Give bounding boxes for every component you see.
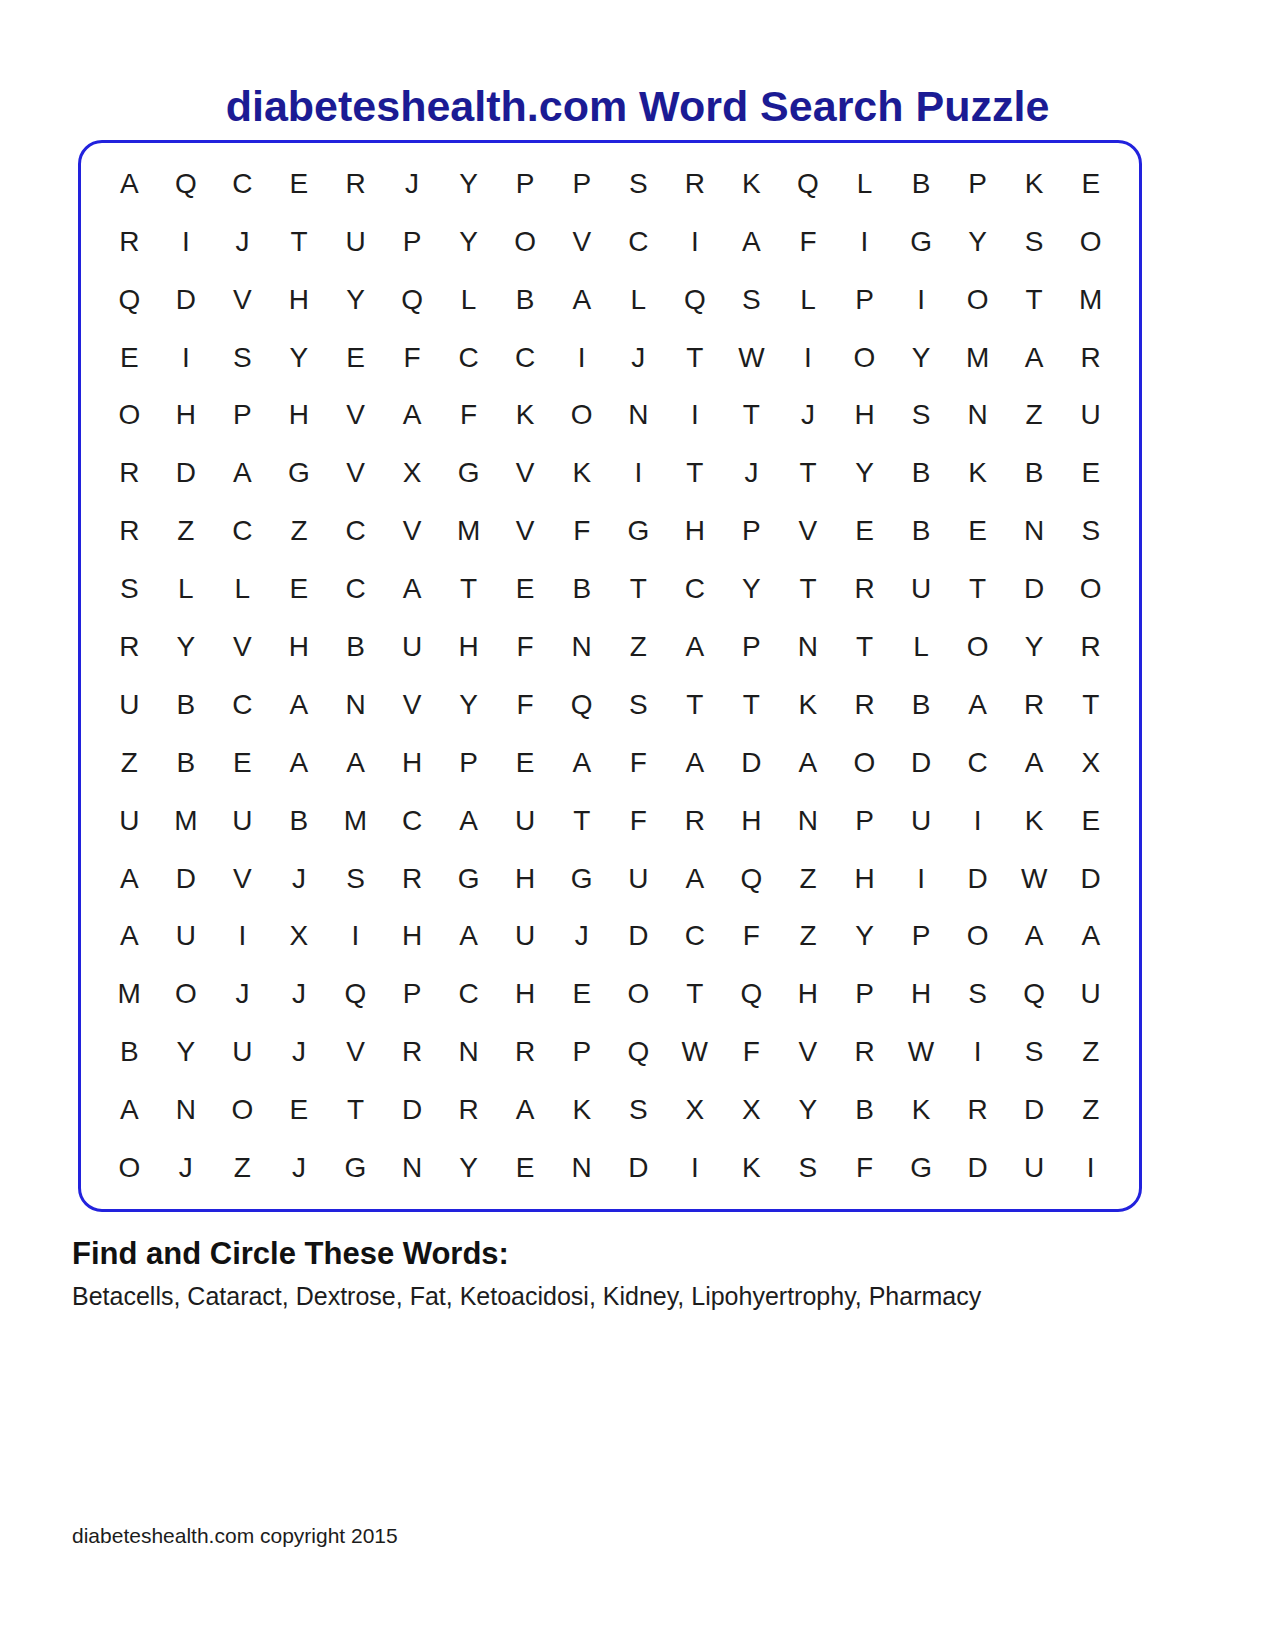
- grid-cell: H: [271, 387, 328, 445]
- grid-cell: V: [497, 502, 554, 560]
- grid-cell: R: [836, 676, 893, 734]
- grid-cell: V: [497, 444, 554, 502]
- grid-cell: S: [780, 1139, 837, 1197]
- grid-cell: G: [893, 213, 950, 271]
- grid-cell: O: [101, 387, 158, 445]
- grid-cell: T: [723, 387, 780, 445]
- word-search-board: AQCERJYPPSRKQLBPKERIJTUPYOVCIAFIGYSOQDVH…: [78, 140, 1142, 1212]
- grid-cell: I: [1062, 1139, 1119, 1197]
- grid-cell: L: [214, 560, 271, 618]
- grid-cell: E: [271, 560, 328, 618]
- grid-cell: A: [101, 1081, 158, 1139]
- grid-cell: G: [440, 850, 497, 908]
- grid-cell: I: [327, 908, 384, 966]
- grid-cell: S: [101, 560, 158, 618]
- grid-cell: T: [780, 444, 837, 502]
- grid-cell: B: [101, 1023, 158, 1081]
- grid-cell: R: [1062, 618, 1119, 676]
- grid-cell: N: [1006, 502, 1063, 560]
- grid-cell: Q: [1006, 965, 1063, 1023]
- grid-cell: V: [327, 1023, 384, 1081]
- grid-cell: P: [384, 965, 441, 1023]
- grid-cell: D: [893, 734, 950, 792]
- grid-cell: T: [327, 1081, 384, 1139]
- grid-cell: J: [271, 1139, 328, 1197]
- grid-cell: X: [723, 1081, 780, 1139]
- grid-cell: R: [384, 850, 441, 908]
- grid-cell: Q: [610, 1023, 667, 1081]
- grid-cell: H: [780, 965, 837, 1023]
- grid-cell: A: [440, 908, 497, 966]
- grid-cell: M: [1062, 271, 1119, 329]
- grid-cell: A: [214, 444, 271, 502]
- grid-cell: R: [667, 792, 724, 850]
- grid-cell: V: [214, 271, 271, 329]
- grid-cell: S: [327, 850, 384, 908]
- grid-cell: C: [949, 734, 1006, 792]
- grid-cell: Q: [723, 965, 780, 1023]
- grid-cell: I: [158, 213, 215, 271]
- grid-cell: U: [893, 560, 950, 618]
- grid-cell: B: [836, 1081, 893, 1139]
- grid-cell: P: [384, 213, 441, 271]
- grid-cell: J: [271, 850, 328, 908]
- page-title: diabeteshealth.com Word Search Puzzle: [0, 0, 1275, 131]
- grid-cell: I: [949, 1023, 1006, 1081]
- grid-cell: F: [553, 502, 610, 560]
- grid-cell: S: [610, 676, 667, 734]
- grid-cell: C: [667, 908, 724, 966]
- grid-cell: Q: [384, 271, 441, 329]
- grid-cell: O: [1062, 213, 1119, 271]
- grid-cell: Y: [780, 1081, 837, 1139]
- grid-cell: K: [780, 676, 837, 734]
- grid-cell: J: [271, 965, 328, 1023]
- grid-cell: N: [780, 792, 837, 850]
- grid-cell: Y: [836, 444, 893, 502]
- grid-cell: K: [1006, 792, 1063, 850]
- grid-cell: Q: [327, 965, 384, 1023]
- grid-cell: F: [723, 908, 780, 966]
- grid-cell: P: [553, 155, 610, 213]
- grid-cell: D: [384, 1081, 441, 1139]
- grid-cell: O: [949, 908, 1006, 966]
- grid-cell: R: [101, 618, 158, 676]
- grid-cell: H: [497, 965, 554, 1023]
- grid-cell: O: [158, 965, 215, 1023]
- grid-cell: R: [497, 1023, 554, 1081]
- grid-cell: V: [780, 1023, 837, 1081]
- grid-cell: B: [327, 618, 384, 676]
- grid-cell: F: [440, 387, 497, 445]
- grid-cell: T: [667, 444, 724, 502]
- grid-cell: Y: [440, 676, 497, 734]
- grid-cell: M: [101, 965, 158, 1023]
- grid-cell: T: [553, 792, 610, 850]
- grid-cell: K: [723, 155, 780, 213]
- grid-cell: X: [384, 444, 441, 502]
- grid-cell: Y: [440, 1139, 497, 1197]
- grid-cell: N: [553, 618, 610, 676]
- grid-cell: R: [440, 1081, 497, 1139]
- grid-cell: G: [271, 444, 328, 502]
- grid-cell: Z: [780, 908, 837, 966]
- grid-cell: D: [610, 1139, 667, 1197]
- grid-cell: I: [610, 444, 667, 502]
- grid-cell: U: [158, 908, 215, 966]
- grid-cell: G: [610, 502, 667, 560]
- grid-cell: T: [667, 965, 724, 1023]
- grid-cell: A: [553, 734, 610, 792]
- grid-cell: P: [836, 792, 893, 850]
- grid-cell: V: [327, 444, 384, 502]
- grid-cell: E: [101, 329, 158, 387]
- grid-cell: P: [497, 155, 554, 213]
- grid-cell: V: [214, 618, 271, 676]
- grid-cell: B: [553, 560, 610, 618]
- grid-cell: D: [1006, 1081, 1063, 1139]
- grid-cell: B: [497, 271, 554, 329]
- grid-cell: A: [101, 155, 158, 213]
- grid-cell: O: [610, 965, 667, 1023]
- grid-cell: Q: [158, 155, 215, 213]
- grid-cell: I: [893, 850, 950, 908]
- grid-cell: A: [101, 850, 158, 908]
- grid-cell: V: [214, 850, 271, 908]
- grid-cell: O: [214, 1081, 271, 1139]
- grid-cell: E: [214, 734, 271, 792]
- grid-cell: T: [1006, 271, 1063, 329]
- grid-cell: C: [214, 676, 271, 734]
- grid-cell: X: [667, 1081, 724, 1139]
- grid-cell: Q: [553, 676, 610, 734]
- grid-cell: N: [949, 387, 1006, 445]
- grid-cell: Z: [1062, 1081, 1119, 1139]
- grid-cell: U: [1062, 387, 1119, 445]
- grid-cell: M: [949, 329, 1006, 387]
- grid-cell: V: [780, 502, 837, 560]
- grid-cell: P: [949, 155, 1006, 213]
- grid-cell: T: [440, 560, 497, 618]
- grid-cell: H: [836, 850, 893, 908]
- grid-cell: R: [101, 502, 158, 560]
- grid-cell: E: [497, 1139, 554, 1197]
- grid-cell: C: [214, 155, 271, 213]
- copyright-text: diabeteshealth.com copyright 2015: [72, 1524, 398, 1548]
- grid-cell: I: [667, 387, 724, 445]
- grid-cell: Y: [723, 560, 780, 618]
- grid-cell: M: [327, 792, 384, 850]
- grid-cell: S: [610, 1081, 667, 1139]
- grid-cell: N: [384, 1139, 441, 1197]
- grid-cell: N: [327, 676, 384, 734]
- grid-cell: H: [271, 618, 328, 676]
- grid-cell: Q: [667, 271, 724, 329]
- grid-cell: D: [949, 1139, 1006, 1197]
- grid-cell: E: [1062, 444, 1119, 502]
- grid-cell: W: [1006, 850, 1063, 908]
- grid-cell: I: [780, 329, 837, 387]
- grid-cell: Q: [723, 850, 780, 908]
- grid-cell: R: [949, 1081, 1006, 1139]
- grid-cell: N: [158, 1081, 215, 1139]
- grid-cell: U: [497, 908, 554, 966]
- page: diabeteshealth.com Word Search Puzzle AQ…: [0, 0, 1275, 1650]
- grid-cell: D: [1062, 850, 1119, 908]
- grid-cell: P: [836, 271, 893, 329]
- grid-cell: S: [214, 329, 271, 387]
- grid-cell: N: [553, 1139, 610, 1197]
- grid-cell: C: [440, 329, 497, 387]
- grid-cell: G: [440, 444, 497, 502]
- grid-cell: J: [780, 387, 837, 445]
- grid-cell: E: [497, 734, 554, 792]
- grid-cell: K: [949, 444, 1006, 502]
- grid-cell: B: [893, 155, 950, 213]
- grid-cell: E: [497, 560, 554, 618]
- grid-cell: H: [271, 271, 328, 329]
- grid-cell: B: [271, 792, 328, 850]
- grid-cell: F: [497, 618, 554, 676]
- grid-cell: H: [497, 850, 554, 908]
- grid-cell: R: [1006, 676, 1063, 734]
- grid-cell: P: [723, 618, 780, 676]
- grid-cell: D: [158, 271, 215, 329]
- grid-cell: H: [836, 387, 893, 445]
- grid-cell: G: [553, 850, 610, 908]
- grid-cell: D: [610, 908, 667, 966]
- grid-cell: Z: [214, 1139, 271, 1197]
- grid-cell: U: [101, 792, 158, 850]
- grid-cell: Z: [101, 734, 158, 792]
- grid-cell: R: [327, 155, 384, 213]
- grid-cell: U: [1006, 1139, 1063, 1197]
- grid-cell: K: [553, 444, 610, 502]
- grid-cell: N: [440, 1023, 497, 1081]
- grid-cell: Y: [158, 1023, 215, 1081]
- grid-cell: E: [271, 1081, 328, 1139]
- grid-cell: T: [723, 676, 780, 734]
- grid-cell: J: [214, 213, 271, 271]
- grid-cell: Q: [780, 155, 837, 213]
- grid-cell: X: [271, 908, 328, 966]
- grid-cell: R: [836, 1023, 893, 1081]
- grid-cell: U: [497, 792, 554, 850]
- grid-cell: T: [667, 329, 724, 387]
- grid-cell: H: [384, 734, 441, 792]
- grid-cell: Z: [158, 502, 215, 560]
- grid-cell: L: [610, 271, 667, 329]
- grid-cell: N: [610, 387, 667, 445]
- grid-cell: H: [158, 387, 215, 445]
- grid-cell: A: [271, 734, 328, 792]
- grid-cell: T: [836, 618, 893, 676]
- words-list: Betacells, Cataract, Dextrose, Fat, Keto…: [72, 1282, 981, 1311]
- grid-cell: T: [271, 213, 328, 271]
- grid-cell: S: [1062, 502, 1119, 560]
- grid-cell: M: [440, 502, 497, 560]
- grid-cell: D: [158, 850, 215, 908]
- grid-cell: U: [893, 792, 950, 850]
- grid-cell: E: [836, 502, 893, 560]
- grid-cell: Z: [780, 850, 837, 908]
- words-heading: Find and Circle These Words:: [72, 1236, 509, 1272]
- grid-cell: J: [553, 908, 610, 966]
- grid-cell: E: [949, 502, 1006, 560]
- grid-cell: Y: [327, 271, 384, 329]
- grid-cell: E: [553, 965, 610, 1023]
- grid-cell: B: [893, 676, 950, 734]
- grid-cell: H: [723, 792, 780, 850]
- grid-cell: K: [893, 1081, 950, 1139]
- grid-cell: S: [610, 155, 667, 213]
- grid-cell: P: [723, 502, 780, 560]
- grid-cell: D: [158, 444, 215, 502]
- grid-cell: G: [327, 1139, 384, 1197]
- grid-cell: F: [610, 792, 667, 850]
- grid-cell: F: [723, 1023, 780, 1081]
- grid-cell: W: [723, 329, 780, 387]
- grid-cell: O: [836, 734, 893, 792]
- grid-cell: R: [1062, 329, 1119, 387]
- grid-cell: L: [836, 155, 893, 213]
- grid-cell: H: [667, 502, 724, 560]
- grid-cell: L: [893, 618, 950, 676]
- grid-cell: I: [214, 908, 271, 966]
- grid-cell: R: [101, 444, 158, 502]
- grid-cell: Y: [1006, 618, 1063, 676]
- grid-cell: Y: [949, 213, 1006, 271]
- grid-cell: S: [1006, 213, 1063, 271]
- grid-cell: T: [949, 560, 1006, 618]
- grid-cell: O: [553, 387, 610, 445]
- grid-cell: K: [1006, 155, 1063, 213]
- grid-cell: A: [667, 618, 724, 676]
- grid-cell: L: [440, 271, 497, 329]
- grid-cell: F: [497, 676, 554, 734]
- grid-cell: W: [893, 1023, 950, 1081]
- grid-cell: V: [327, 387, 384, 445]
- grid-cell: E: [1062, 155, 1119, 213]
- grid-cell: I: [836, 213, 893, 271]
- grid-cell: B: [893, 444, 950, 502]
- grid-cell: S: [723, 271, 780, 329]
- grid-cell: Y: [440, 213, 497, 271]
- grid-cell: F: [610, 734, 667, 792]
- grid-cell: R: [101, 213, 158, 271]
- grid-cell: C: [440, 965, 497, 1023]
- grid-cell: A: [667, 734, 724, 792]
- grid-cell: U: [610, 850, 667, 908]
- grid-cell: A: [667, 850, 724, 908]
- grid-cell: R: [667, 155, 724, 213]
- grid-cell: B: [893, 502, 950, 560]
- grid-cell: N: [780, 618, 837, 676]
- grid-cell: Z: [1062, 1023, 1119, 1081]
- grid-cell: M: [158, 792, 215, 850]
- grid-cell: I: [667, 1139, 724, 1197]
- grid-cell: X: [1062, 734, 1119, 792]
- grid-cell: C: [327, 502, 384, 560]
- grid-cell: F: [384, 329, 441, 387]
- grid-cell: E: [271, 155, 328, 213]
- letter-grid: AQCERJYPPSRKQLBPKERIJTUPYOVCIAFIGYSOQDVH…: [81, 143, 1139, 1209]
- grid-cell: J: [610, 329, 667, 387]
- grid-cell: U: [214, 792, 271, 850]
- grid-cell: H: [440, 618, 497, 676]
- grid-cell: C: [214, 502, 271, 560]
- grid-cell: P: [214, 387, 271, 445]
- grid-cell: O: [949, 618, 1006, 676]
- grid-cell: Q: [101, 271, 158, 329]
- grid-cell: A: [384, 560, 441, 618]
- grid-cell: O: [497, 213, 554, 271]
- grid-cell: K: [553, 1081, 610, 1139]
- grid-cell: Y: [158, 618, 215, 676]
- grid-cell: C: [610, 213, 667, 271]
- grid-cell: Y: [893, 329, 950, 387]
- grid-cell: V: [384, 502, 441, 560]
- grid-cell: P: [440, 734, 497, 792]
- grid-cell: A: [1062, 908, 1119, 966]
- grid-cell: U: [214, 1023, 271, 1081]
- grid-cell: R: [836, 560, 893, 618]
- grid-cell: B: [158, 676, 215, 734]
- grid-cell: I: [553, 329, 610, 387]
- grid-cell: K: [497, 387, 554, 445]
- grid-cell: I: [667, 213, 724, 271]
- grid-cell: O: [101, 1139, 158, 1197]
- grid-cell: U: [327, 213, 384, 271]
- grid-cell: D: [723, 734, 780, 792]
- grid-cell: J: [271, 1023, 328, 1081]
- grid-cell: B: [1006, 444, 1063, 502]
- grid-cell: T: [610, 560, 667, 618]
- grid-cell: A: [1006, 734, 1063, 792]
- grid-cell: A: [949, 676, 1006, 734]
- grid-cell: Z: [1006, 387, 1063, 445]
- grid-cell: A: [1006, 329, 1063, 387]
- grid-cell: V: [553, 213, 610, 271]
- grid-cell: P: [836, 965, 893, 1023]
- grid-cell: O: [836, 329, 893, 387]
- grid-cell: U: [101, 676, 158, 734]
- grid-cell: T: [1062, 676, 1119, 734]
- grid-cell: E: [1062, 792, 1119, 850]
- grid-cell: K: [723, 1139, 780, 1197]
- grid-cell: T: [667, 676, 724, 734]
- grid-cell: O: [949, 271, 1006, 329]
- grid-cell: P: [893, 908, 950, 966]
- grid-cell: F: [780, 213, 837, 271]
- grid-cell: S: [949, 965, 1006, 1023]
- grid-cell: A: [271, 676, 328, 734]
- grid-cell: J: [158, 1139, 215, 1197]
- grid-cell: J: [384, 155, 441, 213]
- grid-cell: C: [384, 792, 441, 850]
- grid-cell: W: [667, 1023, 724, 1081]
- grid-cell: A: [780, 734, 837, 792]
- grid-cell: D: [949, 850, 1006, 908]
- grid-cell: E: [327, 329, 384, 387]
- grid-cell: D: [1006, 560, 1063, 618]
- grid-cell: J: [723, 444, 780, 502]
- grid-cell: L: [158, 560, 215, 618]
- grid-cell: A: [723, 213, 780, 271]
- grid-cell: T: [780, 560, 837, 618]
- grid-cell: A: [327, 734, 384, 792]
- grid-cell: C: [667, 560, 724, 618]
